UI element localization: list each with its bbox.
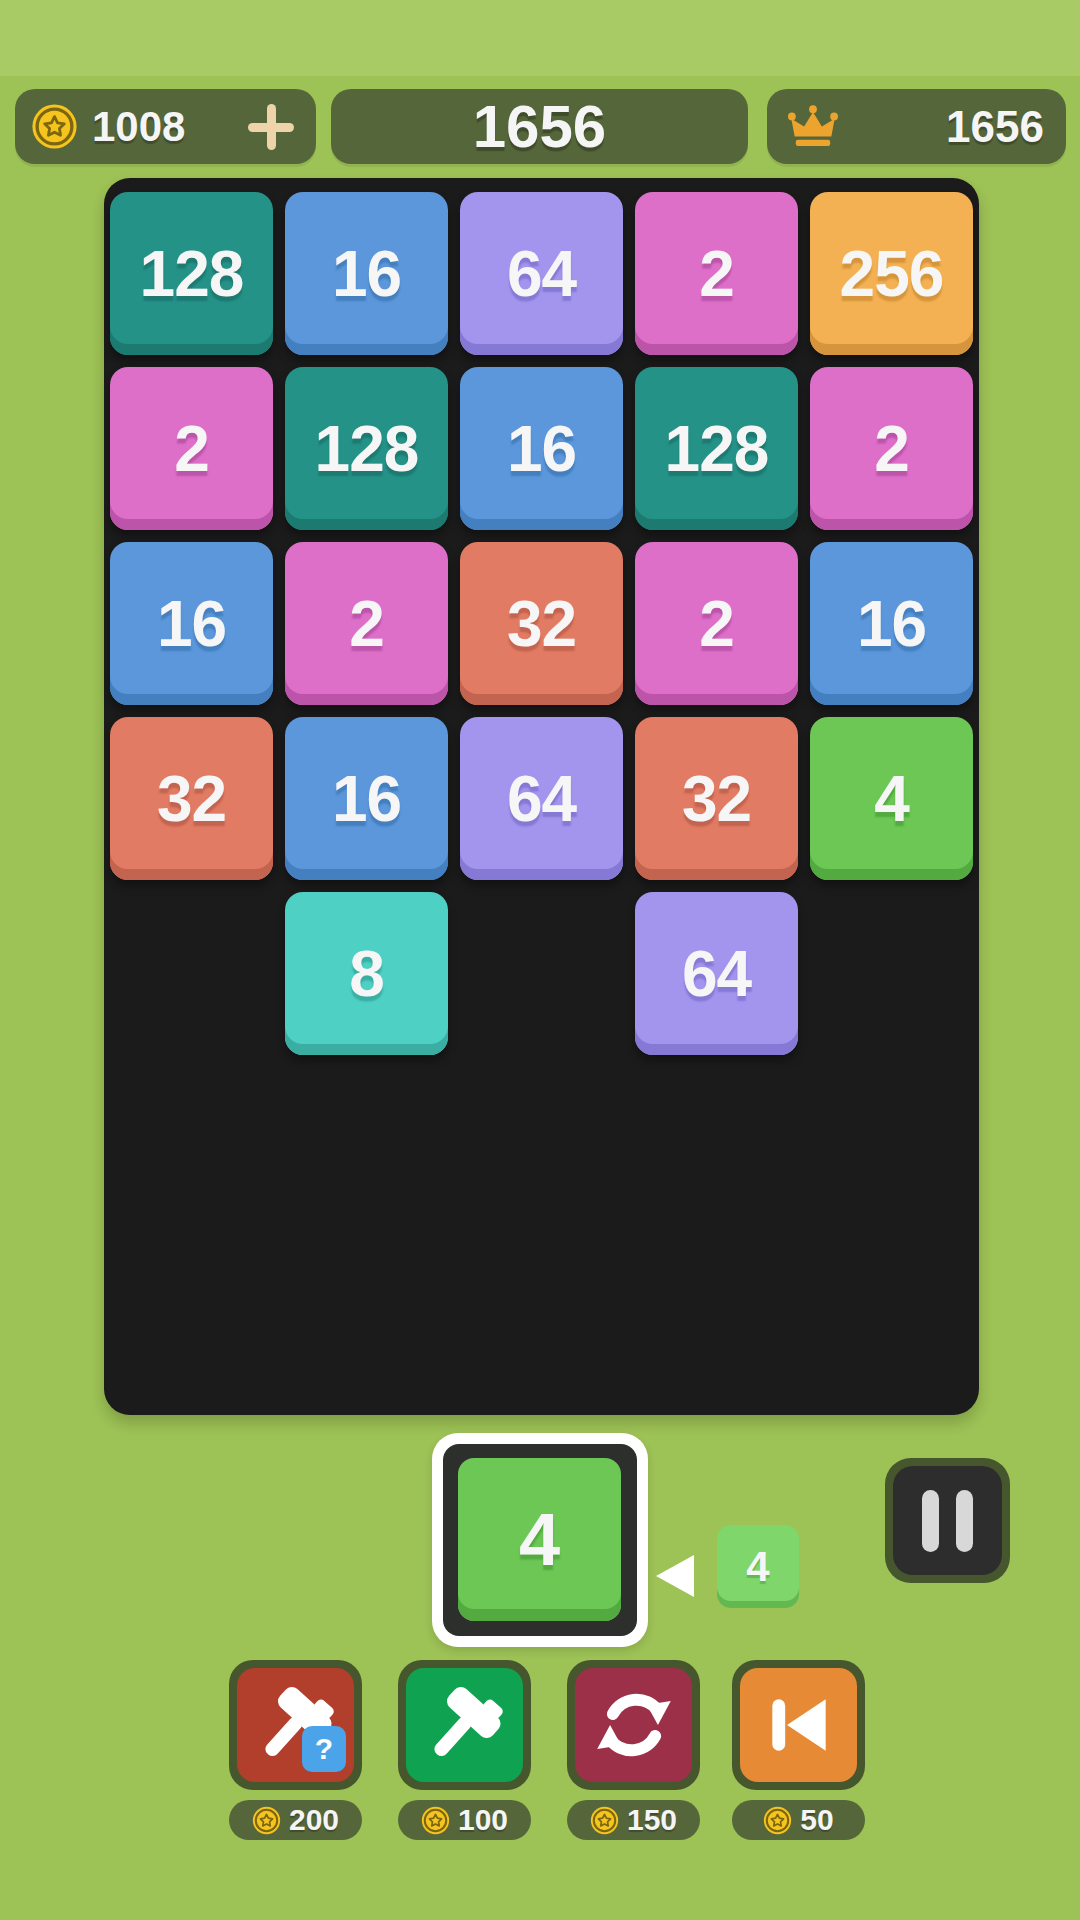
crown-icon bbox=[785, 102, 841, 152]
empty-cell bbox=[110, 1242, 273, 1405]
coin-icon bbox=[421, 1806, 450, 1835]
top-background-strip bbox=[0, 0, 1080, 76]
skip-back-icon bbox=[753, 1679, 845, 1771]
price-hammer-random: 200 bbox=[229, 1800, 362, 1840]
tile-2[interactable]: 2 bbox=[285, 542, 448, 705]
coin-icon bbox=[252, 1806, 281, 1835]
tile-2[interactable]: 2 bbox=[635, 192, 798, 355]
powerup-undo-button[interactable] bbox=[732, 1660, 865, 1790]
coin-icon bbox=[590, 1806, 619, 1835]
game-screen: 1008 1656 1656 1281664225621281612821623… bbox=[0, 0, 1080, 1920]
powerup-hammer-button[interactable] bbox=[398, 1660, 531, 1790]
tile-128[interactable]: 128 bbox=[285, 367, 448, 530]
tile-2[interactable]: 2 bbox=[635, 542, 798, 705]
tile-32[interactable]: 32 bbox=[110, 717, 273, 880]
coin-icon bbox=[31, 103, 78, 150]
current-score: 1656 bbox=[473, 92, 606, 161]
refresh-icon bbox=[588, 1679, 680, 1771]
game-board[interactable]: 1281664225621281612821623221632166432486… bbox=[104, 178, 979, 1415]
tile-16[interactable]: 16 bbox=[810, 542, 973, 705]
tile-256[interactable]: 256 bbox=[810, 192, 973, 355]
coins-pill: 1008 bbox=[15, 89, 316, 164]
empty-cell bbox=[460, 1067, 623, 1230]
tile-16[interactable]: 16 bbox=[110, 542, 273, 705]
best-score: 1656 bbox=[946, 102, 1044, 152]
empty-cell bbox=[635, 1067, 798, 1230]
tile-64[interactable]: 64 bbox=[460, 717, 623, 880]
tile-64[interactable]: 64 bbox=[635, 892, 798, 1055]
current-tile-slot[interactable]: 4 bbox=[432, 1433, 648, 1647]
empty-cell bbox=[460, 892, 623, 1055]
price-hammer: 100 bbox=[398, 1800, 531, 1840]
price-swap: 150 bbox=[567, 1800, 700, 1840]
tile-128[interactable]: 128 bbox=[110, 192, 273, 355]
powerup-hammer-random-button[interactable]: ? bbox=[229, 1660, 362, 1790]
empty-cell bbox=[110, 892, 273, 1055]
coin-icon bbox=[763, 1806, 792, 1835]
pause-icon bbox=[893, 1466, 1002, 1575]
board-grid: 1281664225621281612821623221632166432486… bbox=[104, 178, 979, 1415]
tile-8[interactable]: 8 bbox=[285, 892, 448, 1055]
empty-cell bbox=[285, 1242, 448, 1405]
empty-cell bbox=[635, 1242, 798, 1405]
pause-button[interactable] bbox=[885, 1458, 1010, 1583]
next-pointer-icon bbox=[656, 1555, 694, 1597]
tile-16[interactable]: 16 bbox=[285, 717, 448, 880]
tile-32[interactable]: 32 bbox=[460, 542, 623, 705]
tile-4[interactable]: 4 bbox=[810, 717, 973, 880]
empty-cell bbox=[110, 1067, 273, 1230]
powerup-swap-button[interactable] bbox=[567, 1660, 700, 1790]
tile-2[interactable]: 2 bbox=[810, 367, 973, 530]
tile-16[interactable]: 16 bbox=[285, 192, 448, 355]
empty-cell bbox=[810, 1067, 973, 1230]
tile-2[interactable]: 2 bbox=[110, 367, 273, 530]
current-tile[interactable]: 4 bbox=[458, 1458, 621, 1621]
empty-cell bbox=[460, 1242, 623, 1405]
coins-count: 1008 bbox=[92, 103, 185, 151]
add-coins-button[interactable] bbox=[248, 104, 294, 150]
price-undo: 50 bbox=[732, 1800, 865, 1840]
hammer-icon bbox=[419, 1679, 511, 1771]
tile-16[interactable]: 16 bbox=[460, 367, 623, 530]
tile-128[interactable]: 128 bbox=[635, 367, 798, 530]
question-badge: ? bbox=[302, 1726, 346, 1772]
empty-cell bbox=[285, 1067, 448, 1230]
empty-cell bbox=[810, 892, 973, 1055]
tile-32[interactable]: 32 bbox=[635, 717, 798, 880]
next-tile-preview: 4 bbox=[717, 1525, 799, 1608]
best-score-pill: 1656 bbox=[767, 89, 1066, 164]
score-pill: 1656 bbox=[331, 89, 748, 164]
empty-cell bbox=[810, 1242, 973, 1405]
tile-64[interactable]: 64 bbox=[460, 192, 623, 355]
